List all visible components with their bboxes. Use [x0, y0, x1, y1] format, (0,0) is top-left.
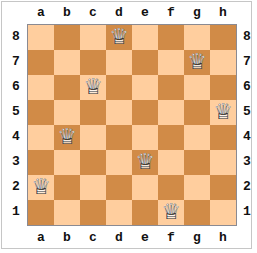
rank-label-8: 8: [240, 24, 254, 49]
queen-glyph-outline: ♕: [158, 199, 184, 224]
square-a6: [28, 75, 54, 100]
file-label-d: d: [106, 230, 132, 245]
square-e6: [132, 75, 158, 100]
chessboard-diagram: abcdefgh 87654321 ♛♕♛♕♛♕♛♕♛♕♛♕♛♕♛♕ 87654…: [1, 1, 252, 249]
rank-labels-left: 87654321: [9, 24, 23, 224]
square-h1: [210, 200, 236, 225]
square-e1: [132, 200, 158, 225]
file-label-h: h: [210, 5, 236, 20]
square-f4: [158, 125, 184, 150]
file-labels-bottom: abcdefgh: [28, 230, 236, 245]
square-a3: [28, 150, 54, 175]
queen-glyph-outline: ♕: [28, 174, 54, 199]
rank-label-7: 7: [9, 49, 23, 74]
square-e7: [132, 50, 158, 75]
square-g3: [184, 150, 210, 175]
white-queen-a2: ♛♕: [28, 175, 54, 200]
file-label-f: f: [158, 5, 184, 20]
square-e8: [132, 25, 158, 50]
rank-label-2: 2: [240, 174, 254, 199]
square-g2: [184, 175, 210, 200]
rank-label-6: 6: [240, 74, 254, 99]
square-c3: [80, 150, 106, 175]
rank-label-7: 7: [240, 49, 254, 74]
square-c5: [80, 100, 106, 125]
square-b8: [54, 25, 80, 50]
rank-label-3: 3: [240, 149, 254, 174]
square-b1: [54, 200, 80, 225]
square-b3: [54, 150, 80, 175]
square-d5: [106, 100, 132, 125]
queen-glyph-outline: ♕: [80, 74, 106, 99]
square-h3: [210, 150, 236, 175]
square-a8: [28, 25, 54, 50]
square-h7: [210, 50, 236, 75]
rank-label-2: 2: [9, 174, 23, 199]
square-a5: [28, 100, 54, 125]
file-label-e: e: [132, 5, 158, 20]
queen-glyph-outline: ♕: [54, 124, 80, 149]
file-label-g: g: [184, 5, 210, 20]
square-g8: [184, 25, 210, 50]
square-f7: [158, 50, 184, 75]
white-queen-e3: ♛♕: [132, 150, 158, 175]
square-d2: [106, 175, 132, 200]
square-h8: [210, 25, 236, 50]
rank-label-5: 5: [240, 99, 254, 124]
rank-label-5: 5: [9, 99, 23, 124]
queen-glyph-outline: ♕: [184, 49, 210, 74]
queen-glyph-outline: ♕: [210, 99, 236, 124]
square-b4: ♛♕: [54, 125, 80, 150]
square-c2: [80, 175, 106, 200]
white-queen-f1: ♛♕: [158, 200, 184, 225]
square-c7: [80, 50, 106, 75]
square-a4: [28, 125, 54, 150]
square-h6: [210, 75, 236, 100]
square-c1: [80, 200, 106, 225]
file-label-c: c: [80, 230, 106, 245]
square-a1: [28, 200, 54, 225]
rank-label-4: 4: [9, 124, 23, 149]
square-f6: [158, 75, 184, 100]
square-b7: [54, 50, 80, 75]
square-h2: [210, 175, 236, 200]
chess-board: ♛♕♛♕♛♕♛♕♛♕♛♕♛♕♛♕: [27, 24, 237, 226]
file-label-a: a: [28, 230, 54, 245]
square-g1: [184, 200, 210, 225]
square-d7: [106, 50, 132, 75]
square-c6: ♛♕: [80, 75, 106, 100]
rank-label-4: 4: [240, 124, 254, 149]
square-f5: [158, 100, 184, 125]
rank-labels-right: 87654321: [240, 24, 254, 224]
square-f1: ♛♕: [158, 200, 184, 225]
square-e2: [132, 175, 158, 200]
square-a2: ♛♕: [28, 175, 54, 200]
file-label-f: f: [158, 230, 184, 245]
file-label-h: h: [210, 230, 236, 245]
white-queen-d8: ♛♕: [106, 25, 132, 50]
white-queen-c6: ♛♕: [80, 75, 106, 100]
queen-glyph-outline: ♕: [106, 24, 132, 49]
rank-label-6: 6: [9, 74, 23, 99]
rank-label-3: 3: [9, 149, 23, 174]
square-g7: ♛♕: [184, 50, 210, 75]
square-a7: [28, 50, 54, 75]
square-f2: [158, 175, 184, 200]
file-label-e: e: [132, 230, 158, 245]
square-g6: [184, 75, 210, 100]
square-b6: [54, 75, 80, 100]
square-b2: [54, 175, 80, 200]
file-label-b: b: [54, 5, 80, 20]
queen-glyph-outline: ♕: [132, 149, 158, 174]
rank-label-1: 1: [9, 199, 23, 224]
square-g4: [184, 125, 210, 150]
file-label-c: c: [80, 5, 106, 20]
square-d1: [106, 200, 132, 225]
square-h4: [210, 125, 236, 150]
white-queen-h5: ♛♕: [210, 100, 236, 125]
square-d4: [106, 125, 132, 150]
file-label-b: b: [54, 230, 80, 245]
square-c4: [80, 125, 106, 150]
square-f3: [158, 150, 184, 175]
square-b5: [54, 100, 80, 125]
square-h5: ♛♕: [210, 100, 236, 125]
square-d6: [106, 75, 132, 100]
square-f8: [158, 25, 184, 50]
white-queen-b4: ♛♕: [54, 125, 80, 150]
file-labels-top: abcdefgh: [28, 5, 236, 20]
square-g5: [184, 100, 210, 125]
square-e5: [132, 100, 158, 125]
rank-label-8: 8: [9, 24, 23, 49]
white-queen-g7: ♛♕: [184, 50, 210, 75]
square-e4: [132, 125, 158, 150]
file-label-g: g: [184, 230, 210, 245]
file-label-d: d: [106, 5, 132, 20]
rank-label-1: 1: [240, 199, 254, 224]
square-e3: ♛♕: [132, 150, 158, 175]
square-d8: ♛♕: [106, 25, 132, 50]
file-label-a: a: [28, 5, 54, 20]
square-d3: [106, 150, 132, 175]
square-c8: [80, 25, 106, 50]
